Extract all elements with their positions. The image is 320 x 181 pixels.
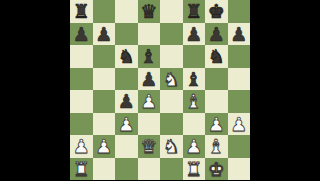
square-b5[interactable]: [93, 68, 116, 91]
square-f6[interactable]: [183, 45, 206, 68]
piece-black-bishop[interactable]: ♝: [140, 45, 157, 67]
square-d3[interactable]: [138, 113, 161, 136]
square-g3[interactable]: ♟: [205, 113, 228, 136]
piece-white-pawn[interactable]: ♟: [95, 135, 112, 157]
square-h8[interactable]: [228, 0, 251, 23]
screenshot-stage: ♜♛♜♚♟♟♟♟♟♞♝♞♟♞♝♟♟♝♟♟♟♟♟♛♞♟♝♜♜♚: [0, 0, 320, 180]
square-h7[interactable]: ♟: [228, 23, 251, 46]
square-b4[interactable]: [93, 90, 116, 113]
piece-white-pawn[interactable]: ♟: [73, 135, 90, 157]
piece-black-queen[interactable]: ♛: [140, 0, 157, 22]
square-f8[interactable]: ♜: [183, 0, 206, 23]
piece-black-pawn[interactable]: ♟: [208, 23, 225, 45]
square-c5[interactable]: [115, 68, 138, 91]
piece-black-bishop[interactable]: ♝: [185, 68, 202, 90]
square-b1[interactable]: [93, 158, 116, 181]
chess-board[interactable]: ♜♛♜♚♟♟♟♟♟♞♝♞♟♞♝♟♟♝♟♟♟♟♟♛♞♟♝♜♜♚: [70, 0, 250, 180]
piece-white-pawn[interactable]: ♟: [208, 113, 225, 135]
square-g2[interactable]: ♝: [205, 135, 228, 158]
piece-black-rook[interactable]: ♜: [73, 0, 90, 22]
square-h6[interactable]: [228, 45, 251, 68]
square-d4[interactable]: ♟: [138, 90, 161, 113]
square-g7[interactable]: ♟: [205, 23, 228, 46]
square-f3[interactable]: [183, 113, 206, 136]
square-c6[interactable]: ♞: [115, 45, 138, 68]
square-c8[interactable]: [115, 0, 138, 23]
piece-white-pawn[interactable]: ♟: [230, 113, 247, 135]
piece-black-knight[interactable]: ♞: [208, 45, 225, 67]
piece-white-king[interactable]: ♚: [208, 158, 225, 180]
piece-white-rook[interactable]: ♜: [73, 158, 90, 180]
square-f4[interactable]: ♝: [183, 90, 206, 113]
square-b2[interactable]: ♟: [93, 135, 116, 158]
square-d1[interactable]: [138, 158, 161, 181]
piece-black-pawn[interactable]: ♟: [140, 68, 157, 90]
piece-black-pawn[interactable]: ♟: [230, 23, 247, 45]
square-h1[interactable]: [228, 158, 251, 181]
square-b8[interactable]: [93, 0, 116, 23]
square-d8[interactable]: ♛: [138, 0, 161, 23]
square-a7[interactable]: ♟: [70, 23, 93, 46]
square-e6[interactable]: [160, 45, 183, 68]
square-c7[interactable]: [115, 23, 138, 46]
square-f7[interactable]: ♟: [183, 23, 206, 46]
square-c4[interactable]: ♟: [115, 90, 138, 113]
square-d7[interactable]: [138, 23, 161, 46]
square-c1[interactable]: [115, 158, 138, 181]
letterbox-right: [250, 0, 320, 180]
square-e5[interactable]: ♞: [160, 68, 183, 91]
square-b3[interactable]: [93, 113, 116, 136]
piece-white-knight[interactable]: ♞: [163, 68, 180, 90]
square-d6[interactable]: ♝: [138, 45, 161, 68]
square-h4[interactable]: [228, 90, 251, 113]
piece-white-bishop[interactable]: ♝: [185, 90, 202, 112]
piece-white-rook[interactable]: ♜: [185, 158, 202, 180]
square-f5[interactable]: ♝: [183, 68, 206, 91]
piece-white-pawn[interactable]: ♟: [118, 113, 135, 135]
piece-black-pawn[interactable]: ♟: [185, 23, 202, 45]
square-a6[interactable]: [70, 45, 93, 68]
square-b7[interactable]: ♟: [93, 23, 116, 46]
square-g8[interactable]: ♚: [205, 0, 228, 23]
square-e3[interactable]: [160, 113, 183, 136]
square-e4[interactable]: [160, 90, 183, 113]
square-a8[interactable]: ♜: [70, 0, 93, 23]
square-a2[interactable]: ♟: [70, 135, 93, 158]
piece-black-king[interactable]: ♚: [208, 0, 225, 22]
square-e2[interactable]: ♞: [160, 135, 183, 158]
square-e7[interactable]: [160, 23, 183, 46]
piece-white-queen[interactable]: ♛: [140, 135, 157, 157]
square-h3[interactable]: ♟: [228, 113, 251, 136]
square-g1[interactable]: ♚: [205, 158, 228, 181]
piece-white-bishop[interactable]: ♝: [208, 135, 225, 157]
square-f1[interactable]: ♜: [183, 158, 206, 181]
square-h2[interactable]: [228, 135, 251, 158]
piece-white-pawn[interactable]: ♟: [185, 135, 202, 157]
square-a1[interactable]: ♜: [70, 158, 93, 181]
piece-black-pawn[interactable]: ♟: [95, 23, 112, 45]
square-d5[interactable]: ♟: [138, 68, 161, 91]
square-c2[interactable]: [115, 135, 138, 158]
piece-black-knight[interactable]: ♞: [118, 45, 135, 67]
piece-black-rook[interactable]: ♜: [185, 0, 202, 22]
piece-black-pawn[interactable]: ♟: [118, 90, 135, 112]
square-c3[interactable]: ♟: [115, 113, 138, 136]
square-a3[interactable]: [70, 113, 93, 136]
square-h5[interactable]: [228, 68, 251, 91]
square-g4[interactable]: [205, 90, 228, 113]
piece-white-knight[interactable]: ♞: [163, 135, 180, 157]
square-g5[interactable]: [205, 68, 228, 91]
piece-white-pawn[interactable]: ♟: [140, 90, 157, 112]
square-d2[interactable]: ♛: [138, 135, 161, 158]
square-e1[interactable]: [160, 158, 183, 181]
square-a4[interactable]: [70, 90, 93, 113]
square-a5[interactable]: [70, 68, 93, 91]
piece-black-pawn[interactable]: ♟: [73, 23, 90, 45]
square-b6[interactable]: [93, 45, 116, 68]
square-g6[interactable]: ♞: [205, 45, 228, 68]
letterbox-left: [0, 0, 70, 180]
square-f2[interactable]: ♟: [183, 135, 206, 158]
square-e8[interactable]: [160, 0, 183, 23]
